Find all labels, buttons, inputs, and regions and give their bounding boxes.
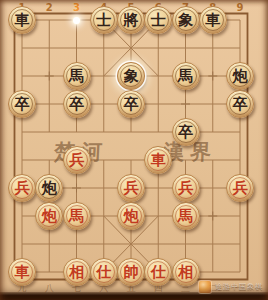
pieces-layer: 車士將士象車馬象馬炮卒卒卒卒卒兵車兵炮兵兵兵炮馬炮馬車相仕帥仕相	[8, 6, 253, 286]
red-soldier[interactable]: 兵	[117, 174, 145, 202]
black-general[interactable]: 將	[117, 6, 145, 34]
piece-glyph: 仕	[96, 265, 111, 280]
piece-glyph: 仕	[151, 265, 166, 280]
piece-glyph: 馬	[178, 69, 193, 84]
piece-glyph: 卒	[233, 97, 248, 112]
red-elephant[interactable]: 相	[63, 258, 91, 286]
piece-glyph: 炮	[42, 181, 57, 196]
piece-glyph: 兵	[15, 181, 30, 196]
black-soldier[interactable]: 卒	[226, 90, 254, 118]
piece-glyph: 士	[96, 13, 111, 28]
xiangqi-board: 楚河 漢界 123456789 九八七六五四三二一 車士將士象車馬象馬炮卒卒卒卒…	[0, 0, 268, 300]
piece-glyph: 兵	[69, 153, 84, 168]
black-horse[interactable]: 馬	[172, 62, 200, 90]
piece-glyph: 卒	[124, 97, 139, 112]
piece-glyph: 兵	[124, 181, 139, 196]
piece-glyph: 卒	[178, 125, 193, 140]
black-cannon[interactable]: 炮	[35, 174, 63, 202]
watermark-text: 途游中国象棋	[215, 282, 263, 292]
red-chariot[interactable]: 車	[144, 146, 172, 174]
red-cannon[interactable]: 炮	[117, 202, 145, 230]
piece-glyph: 炮	[42, 209, 57, 224]
piece-glyph: 車	[15, 265, 30, 280]
black-chariot[interactable]: 車	[199, 6, 227, 34]
red-horse[interactable]: 馬	[172, 202, 200, 230]
red-general[interactable]: 帥	[117, 258, 145, 286]
black-chariot[interactable]: 車	[8, 6, 36, 34]
last-move-dot	[73, 17, 80, 24]
piece-glyph: 卒	[69, 97, 84, 112]
piece-glyph: 馬	[178, 209, 193, 224]
red-advisor[interactable]: 仕	[144, 258, 172, 286]
black-horse[interactable]: 馬	[63, 62, 91, 90]
black-soldier[interactable]: 卒	[8, 90, 36, 118]
piece-glyph: 相	[178, 265, 193, 280]
black-cannon[interactable]: 炮	[226, 62, 254, 90]
piece-glyph: 馬	[69, 209, 84, 224]
red-soldier[interactable]: 兵	[8, 174, 36, 202]
red-chariot[interactable]: 車	[8, 258, 36, 286]
red-advisor[interactable]: 仕	[90, 258, 118, 286]
piece-glyph: 兵	[233, 181, 248, 196]
piece-glyph: 帥	[124, 265, 139, 280]
black-advisor[interactable]: 士	[90, 6, 118, 34]
piece-glyph: 炮	[233, 69, 248, 84]
piece-glyph: 象	[124, 69, 139, 84]
piece-glyph: 卒	[15, 97, 30, 112]
piece-glyph: 象	[178, 13, 193, 28]
app-logo-icon	[198, 280, 212, 294]
red-soldier[interactable]: 兵	[226, 174, 254, 202]
red-elephant[interactable]: 相	[172, 258, 200, 286]
red-soldier[interactable]: 兵	[172, 174, 200, 202]
piece-glyph: 炮	[124, 209, 139, 224]
piece-glyph: 相	[69, 265, 84, 280]
piece-glyph: 車	[15, 13, 30, 28]
piece-glyph: 將	[124, 13, 139, 28]
piece-glyph: 士	[151, 13, 166, 28]
black-elephant[interactable]: 象	[117, 62, 145, 90]
black-soldier[interactable]: 卒	[172, 118, 200, 146]
black-advisor[interactable]: 士	[144, 6, 172, 34]
watermark: 途游中国象棋	[198, 280, 263, 294]
piece-glyph: 車	[151, 153, 166, 168]
black-soldier[interactable]: 卒	[63, 90, 91, 118]
red-cannon[interactable]: 炮	[35, 202, 63, 230]
red-horse[interactable]: 馬	[63, 202, 91, 230]
piece-glyph: 車	[205, 13, 220, 28]
red-soldier[interactable]: 兵	[63, 146, 91, 174]
black-elephant[interactable]: 象	[172, 6, 200, 34]
piece-glyph: 兵	[178, 181, 193, 196]
piece-glyph: 馬	[69, 69, 84, 84]
black-soldier[interactable]: 卒	[117, 90, 145, 118]
